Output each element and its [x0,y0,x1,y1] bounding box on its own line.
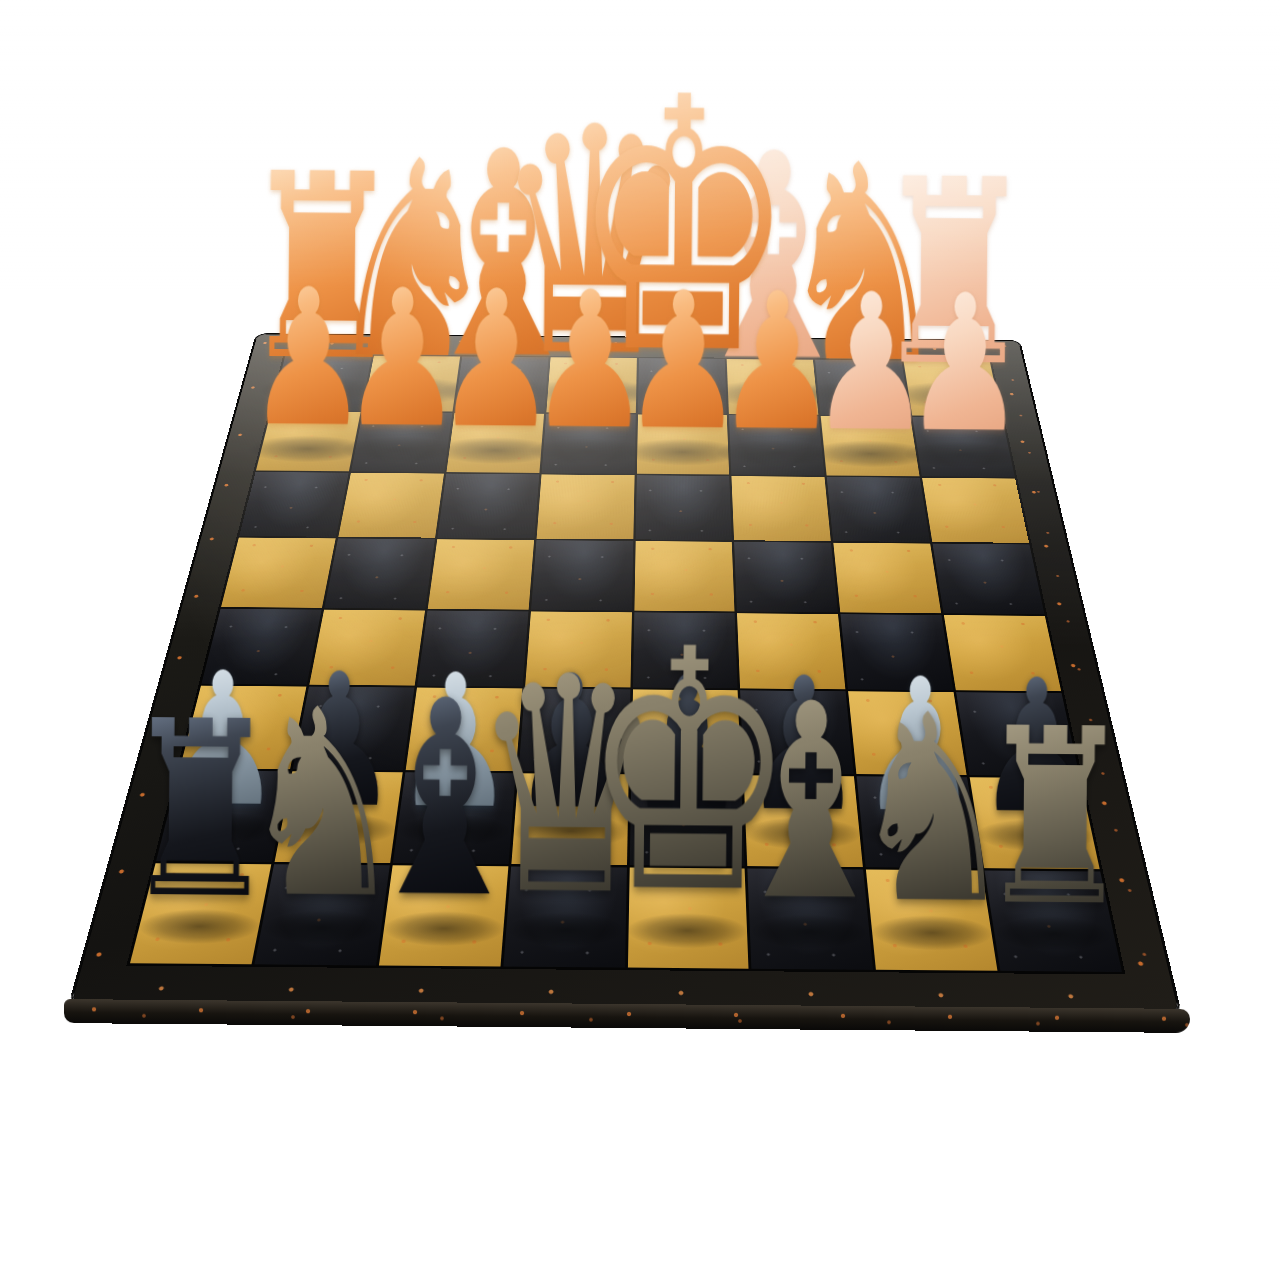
white-pawn[interactable]: ♟ [903,275,1026,455]
square-e8[interactable]: ♚ [627,868,748,969]
square-c4[interactable] [428,539,534,609]
black-knight[interactable]: ♞ [238,681,407,927]
square-g3[interactable] [827,477,930,542]
square-g8[interactable]: ♞ [866,870,997,971]
square-g4[interactable] [833,543,941,613]
square-b8[interactable]: ♞ [254,864,389,965]
square-b3[interactable] [338,473,444,538]
board-grid: ♜♞♝♛♚♝♞♜♟♟♟♟♟♟♟♟♟♟♟♟♟♟♟♟♜♞♝♛♚♝♞♜ [130,355,1122,972]
square-a4[interactable] [221,537,335,607]
chess-set-photo: ♜♞♝♛♚♝♞♜♟♟♟♟♟♟♟♟♟♟♟♟♟♟♟♟♜♞♝♛♚♝♞♜ [0,0,1280,1280]
square-d3[interactable] [536,474,634,539]
square-b4[interactable] [324,538,434,608]
board-scene: ♜♞♝♛♚♝♞♜♟♟♟♟♟♟♟♟♟♟♟♟♟♟♟♟♜♞♝♛♚♝♞♜ [70,0,1190,1015]
square-f3[interactable] [732,476,831,541]
square-h2[interactable]: ♟ [912,417,1014,477]
square-a3[interactable] [239,472,348,537]
black-knight[interactable]: ♞ [849,687,1018,933]
square-h3[interactable] [922,478,1029,543]
square-h4[interactable] [933,543,1045,613]
square-e3[interactable] [635,475,732,540]
square-c3[interactable] [437,473,539,538]
chess-board: ♜♞♝♛♚♝♞♜♟♟♟♟♟♟♟♟♟♟♟♟♟♟♟♟♜♞♝♛♚♝♞♜ [70,334,1180,1015]
black-king[interactable]: ♚ [581,614,798,931]
